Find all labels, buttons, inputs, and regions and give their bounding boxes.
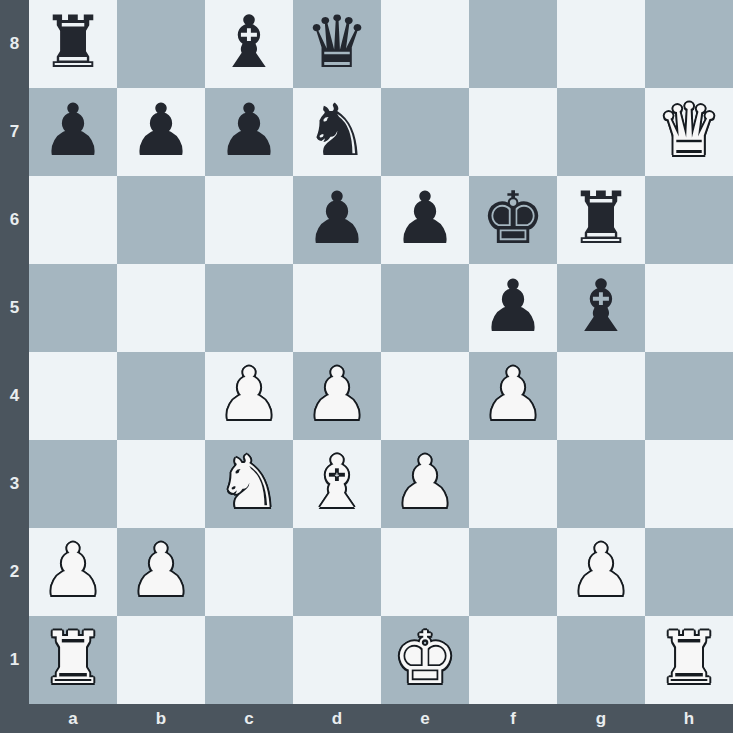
- black-pawn-a7[interactable]: ♟: [41, 86, 106, 174]
- square-g6[interactable]: ♜: [557, 176, 645, 264]
- square-b4[interactable]: [117, 352, 205, 440]
- file-labels: abcdefgh: [29, 704, 733, 733]
- square-h8[interactable]: [645, 0, 733, 88]
- square-d6[interactable]: ♟: [293, 176, 381, 264]
- square-b1[interactable]: [117, 616, 205, 704]
- black-pawn-c7[interactable]: ♟: [217, 86, 282, 174]
- board: ♜♝♛♟♟♟♞♛♟♟♚♜♟♝♟♟♟♞♝♟♟♟♟♜♚♜: [29, 0, 733, 704]
- file-label-b: b: [117, 704, 205, 733]
- file-label-h: h: [645, 704, 733, 733]
- square-f6[interactable]: ♚: [469, 176, 557, 264]
- square-g2[interactable]: ♟: [557, 528, 645, 616]
- black-bishop-g5[interactable]: ♝: [569, 262, 634, 350]
- black-pawn-d6[interactable]: ♟: [305, 174, 370, 262]
- square-b3[interactable]: [117, 440, 205, 528]
- white-pawn-g2[interactable]: ♟: [569, 526, 634, 614]
- square-a8[interactable]: ♜: [29, 0, 117, 88]
- square-h6[interactable]: [645, 176, 733, 264]
- black-king-f6[interactable]: ♚: [481, 174, 546, 262]
- square-h7[interactable]: ♛: [645, 88, 733, 176]
- square-h5[interactable]: [645, 264, 733, 352]
- square-f2[interactable]: [469, 528, 557, 616]
- white-queen-h7[interactable]: ♛: [657, 86, 722, 174]
- square-g8[interactable]: [557, 0, 645, 88]
- square-d7[interactable]: ♞: [293, 88, 381, 176]
- square-a7[interactable]: ♟: [29, 88, 117, 176]
- square-a2[interactable]: ♟: [29, 528, 117, 616]
- square-d2[interactable]: [293, 528, 381, 616]
- square-c2[interactable]: [205, 528, 293, 616]
- square-g7[interactable]: [557, 88, 645, 176]
- square-e4[interactable]: [381, 352, 469, 440]
- white-pawn-c4[interactable]: ♟: [217, 350, 282, 438]
- white-pawn-e3[interactable]: ♟: [393, 438, 458, 526]
- rank-label-6: 6: [0, 176, 29, 264]
- square-c3[interactable]: ♞: [205, 440, 293, 528]
- square-d8[interactable]: ♛: [293, 0, 381, 88]
- rank-label-1: 1: [0, 616, 29, 704]
- square-a4[interactable]: [29, 352, 117, 440]
- square-g5[interactable]: ♝: [557, 264, 645, 352]
- white-pawn-a2[interactable]: ♟: [41, 526, 106, 614]
- black-bishop-c8[interactable]: ♝: [217, 0, 282, 86]
- file-label-g: g: [557, 704, 645, 733]
- black-pawn-b7[interactable]: ♟: [129, 86, 194, 174]
- square-c4[interactable]: ♟: [205, 352, 293, 440]
- rank-labels: 87654321: [0, 0, 29, 704]
- square-e3[interactable]: ♟: [381, 440, 469, 528]
- square-g3[interactable]: [557, 440, 645, 528]
- square-b2[interactable]: ♟: [117, 528, 205, 616]
- white-bishop-d3[interactable]: ♝: [305, 438, 370, 526]
- square-h2[interactable]: [645, 528, 733, 616]
- square-c8[interactable]: ♝: [205, 0, 293, 88]
- square-b7[interactable]: ♟: [117, 88, 205, 176]
- rank-label-2: 2: [0, 528, 29, 616]
- square-e5[interactable]: [381, 264, 469, 352]
- square-c5[interactable]: [205, 264, 293, 352]
- square-f3[interactable]: [469, 440, 557, 528]
- square-a3[interactable]: [29, 440, 117, 528]
- square-a1[interactable]: ♜: [29, 616, 117, 704]
- square-a6[interactable]: [29, 176, 117, 264]
- black-pawn-f5[interactable]: ♟: [481, 262, 546, 350]
- square-c1[interactable]: [205, 616, 293, 704]
- square-e7[interactable]: [381, 88, 469, 176]
- square-f4[interactable]: ♟: [469, 352, 557, 440]
- white-pawn-b2[interactable]: ♟: [129, 526, 194, 614]
- white-pawn-f4[interactable]: ♟: [481, 350, 546, 438]
- file-label-d: d: [293, 704, 381, 733]
- square-e2[interactable]: [381, 528, 469, 616]
- white-rook-h1[interactable]: ♜: [657, 614, 722, 702]
- rank-label-3: 3: [0, 440, 29, 528]
- file-label-f: f: [469, 704, 557, 733]
- square-c7[interactable]: ♟: [205, 88, 293, 176]
- square-d5[interactable]: [293, 264, 381, 352]
- black-rook-a8[interactable]: ♜: [41, 0, 106, 86]
- black-rook-g6[interactable]: ♜: [569, 174, 634, 262]
- black-knight-d7[interactable]: ♞: [305, 86, 370, 174]
- square-g1[interactable]: [557, 616, 645, 704]
- square-d3[interactable]: ♝: [293, 440, 381, 528]
- white-king-e1[interactable]: ♚: [393, 614, 458, 702]
- rank-label-8: 8: [0, 0, 29, 88]
- square-f7[interactable]: [469, 88, 557, 176]
- white-rook-a1[interactable]: ♜: [41, 614, 106, 702]
- square-b6[interactable]: [117, 176, 205, 264]
- black-pawn-e6[interactable]: ♟: [393, 174, 458, 262]
- file-label-c: c: [205, 704, 293, 733]
- square-h3[interactable]: [645, 440, 733, 528]
- square-a5[interactable]: [29, 264, 117, 352]
- square-b8[interactable]: [117, 0, 205, 88]
- square-f1[interactable]: [469, 616, 557, 704]
- square-e1[interactable]: ♚: [381, 616, 469, 704]
- square-d1[interactable]: [293, 616, 381, 704]
- file-label-a: a: [29, 704, 117, 733]
- rank-label-7: 7: [0, 88, 29, 176]
- black-queen-d8[interactable]: ♛: [305, 0, 370, 86]
- square-b5[interactable]: [117, 264, 205, 352]
- square-e8[interactable]: [381, 0, 469, 88]
- white-pawn-d4[interactable]: ♟: [305, 350, 370, 438]
- file-label-e: e: [381, 704, 469, 733]
- chess-diagram: 87654321 ♜♝♛♟♟♟♞♛♟♟♚♜♟♝♟♟♟♞♝♟♟♟♟♜♚♜ abcd…: [0, 0, 733, 733]
- rank-label-4: 4: [0, 352, 29, 440]
- square-d4[interactable]: ♟: [293, 352, 381, 440]
- square-c6[interactable]: [205, 176, 293, 264]
- square-g4[interactable]: [557, 352, 645, 440]
- square-f5[interactable]: ♟: [469, 264, 557, 352]
- square-h4[interactable]: [645, 352, 733, 440]
- square-f8[interactable]: [469, 0, 557, 88]
- white-knight-c3[interactable]: ♞: [217, 438, 282, 526]
- rank-label-5: 5: [0, 264, 29, 352]
- square-e6[interactable]: ♟: [381, 176, 469, 264]
- square-h1[interactable]: ♜: [645, 616, 733, 704]
